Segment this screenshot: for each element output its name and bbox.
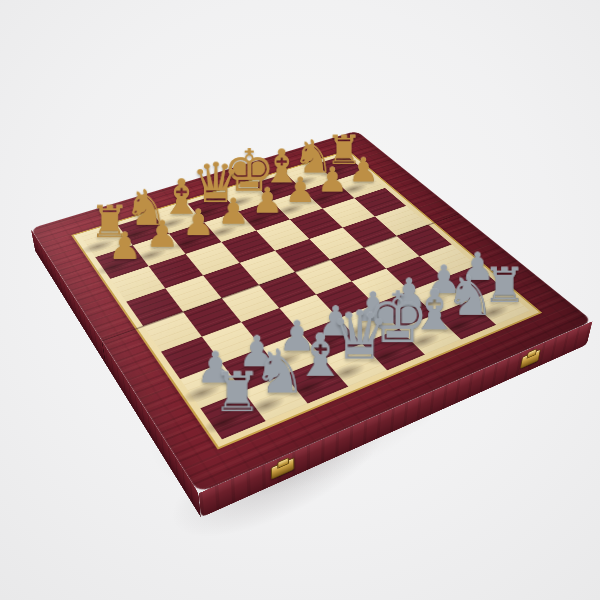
- clasp-icon: [271, 457, 295, 480]
- clasp-icon: [520, 349, 541, 369]
- piece-white-r-a1[interactable]: ♜: [196, 365, 277, 420]
- piece-black-p-a7[interactable]: ♟: [90, 227, 157, 265]
- scene: ♜♞♝♛♚♝♞♜♟♟♟♟♟♟♟♟♟♟♟♟♟♟♟♟♜♞♝♛♚♝♞♜: [0, 0, 600, 600]
